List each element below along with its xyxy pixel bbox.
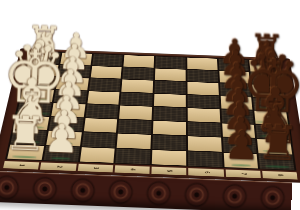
square[interactable] — [119, 106, 152, 120]
square[interactable] — [153, 107, 185, 121]
edge-label: 2 — [40, 162, 76, 171]
piece-bR[interactable]: ♜ — [256, 119, 300, 168]
square[interactable] — [187, 108, 219, 122]
square[interactable] — [122, 79, 154, 92]
product-photo-scene: ♜♟♟♜♞♟♟♞♝♟♟♝♛♟♟♛♚♟♟♚♝♟♟♝♞♟♟♞♜♟♟♜ 1234567… — [0, 0, 300, 210]
edge-label: 8 — [262, 171, 298, 180]
square[interactable] — [188, 122, 221, 137]
square[interactable] — [79, 147, 114, 163]
square[interactable] — [83, 118, 117, 133]
square[interactable] — [154, 81, 185, 94]
piece-wR[interactable]: ♜ — [4, 109, 48, 158]
edge-label: 1 — [3, 161, 39, 170]
square[interactable] — [81, 132, 116, 147]
edge-label: 6 — [188, 168, 223, 177]
square[interactable] — [187, 82, 218, 95]
chess-board: ♜♟♟♜♞♟♟♞♝♟♟♝♛♟♟♛♚♟♟♚♝♟♟♝♞♟♟♞♜♟♟♜ 1234567… — [0, 48, 300, 183]
piece-bP[interactable]: ♟ — [223, 126, 260, 167]
square[interactable]: ♟ — [223, 152, 258, 168]
square[interactable] — [120, 92, 152, 106]
square[interactable] — [89, 78, 121, 91]
square[interactable]: ♜ — [259, 154, 295, 170]
square[interactable] — [117, 134, 151, 149]
edge-label: 5 — [151, 167, 186, 176]
square[interactable] — [118, 119, 151, 134]
board-grid: ♜♟♟♜♞♟♟♞♝♟♟♝♛♟♟♛♚♟♟♚♝♟♟♝♞♟♟♞♜♟♟♜ — [5, 51, 296, 171]
square[interactable] — [123, 67, 154, 80]
square[interactable] — [90, 66, 122, 79]
piece-wP[interactable]: ♟ — [43, 119, 80, 160]
square[interactable] — [154, 93, 186, 107]
square[interactable]: ♟ — [43, 146, 79, 162]
edge-label: 7 — [225, 170, 260, 179]
board-frame: ♜♟♟♜♞♟♟♞♝♟♟♝♛♟♟♛♚♟♟♚♝♟♟♝♞♟♟♞♜♟♟♜ 1234567… — [0, 48, 300, 183]
square[interactable] — [187, 70, 218, 83]
edge-label: 4 — [114, 165, 149, 174]
square[interactable] — [85, 104, 118, 118]
square[interactable] — [87, 91, 120, 105]
square[interactable] — [155, 56, 185, 68]
square[interactable] — [188, 136, 222, 151]
edge-label: 3 — [77, 164, 113, 173]
square[interactable] — [188, 151, 222, 167]
square[interactable] — [155, 68, 186, 81]
square[interactable] — [92, 54, 123, 66]
board-front-face-carved — [0, 171, 300, 210]
square[interactable] — [153, 121, 186, 136]
square[interactable] — [152, 150, 186, 166]
board-tilt-wrapper: ♜♟♟♜♞♟♟♞♝♟♟♝♛♟♟♛♚♟♟♚♝♟♟♝♞♟♟♞♜♟♟♜ 1234567… — [0, 0, 300, 210]
square[interactable] — [187, 58, 217, 70]
square[interactable] — [187, 95, 219, 109]
square[interactable] — [116, 148, 151, 164]
square[interactable] — [124, 55, 154, 67]
square[interactable]: ♜ — [7, 144, 44, 160]
square[interactable] — [152, 135, 186, 150]
